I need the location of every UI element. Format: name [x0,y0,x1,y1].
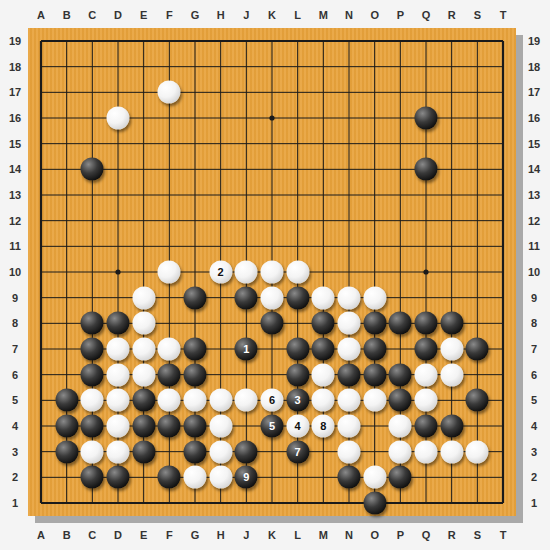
row-label-left-6: 6 [12,369,18,381]
white-stone-H10-move-2: 2 [209,261,232,284]
row-label-right-15: 15 [528,138,540,150]
white-stone-M5 [312,389,335,412]
column-label-top-Q: Q [422,9,431,21]
white-stone-K9 [261,286,284,309]
column-label-bottom-G: G [191,529,200,541]
white-stone-F17 [158,81,181,104]
black-stone-F2 [158,466,181,489]
white-stone-N5 [338,389,361,412]
column-label-top-A: A [37,9,45,21]
white-stone-E7 [132,338,155,361]
column-label-top-T: T [500,9,507,21]
column-label-top-D: D [114,9,122,21]
row-label-left-14: 14 [9,163,21,175]
black-stone-G6 [184,363,207,386]
white-stone-H4 [209,415,232,438]
white-stone-D16 [107,107,130,130]
row-label-right-8: 8 [531,317,537,329]
white-stone-Q6 [415,363,438,386]
white-stone-N8 [338,312,361,335]
black-stone-P2 [389,466,412,489]
white-stone-P4 [389,415,412,438]
column-label-top-F: F [166,9,173,21]
row-label-right-19: 19 [528,35,540,47]
black-stone-O6 [363,363,386,386]
row-label-left-11: 11 [9,240,21,252]
black-stone-K8 [261,312,284,335]
column-label-bottom-C: C [88,529,96,541]
column-label-top-N: N [345,9,353,21]
column-label-top-C: C [88,9,96,21]
row-label-left-9: 9 [12,292,18,304]
white-stone-F10 [158,261,181,284]
black-stone-L6 [286,363,309,386]
black-stone-P5 [389,389,412,412]
black-stone-L5-move-3: 3 [286,389,309,412]
white-stone-J10 [235,261,258,284]
white-stone-R3 [440,440,463,463]
row-label-right-7: 7 [531,343,537,355]
black-stone-Q8 [415,312,438,335]
column-label-bottom-J: J [243,529,249,541]
row-label-right-2: 2 [531,471,537,483]
black-stone-C14 [81,158,104,181]
black-stone-L9 [286,286,309,309]
column-label-top-R: R [448,9,456,21]
column-label-bottom-M: M [319,529,328,541]
white-stone-D5 [107,389,130,412]
white-stone-N9 [338,286,361,309]
column-label-top-O: O [370,9,379,21]
white-stone-P3 [389,440,412,463]
column-label-bottom-D: D [114,529,122,541]
black-stone-N2 [338,466,361,489]
black-stone-J2-move-9: 9 [235,466,258,489]
white-stone-O9 [363,286,386,309]
white-stone-K10 [261,261,284,284]
black-stone-C4 [81,415,104,438]
column-label-bottom-T: T [500,529,507,541]
white-stone-O2 [363,466,386,489]
white-stone-O5 [363,389,386,412]
column-label-bottom-N: N [345,529,353,541]
black-stone-J9 [235,286,258,309]
white-stone-H2 [209,466,232,489]
row-label-right-17: 17 [528,86,540,98]
white-stone-D3 [107,440,130,463]
column-label-bottom-B: B [63,529,71,541]
black-stone-C6 [81,363,104,386]
row-label-left-12: 12 [9,215,21,227]
black-stone-E5 [132,389,155,412]
row-label-right-16: 16 [528,112,540,124]
white-stone-E8 [132,312,155,335]
black-stone-B5 [55,389,78,412]
white-stone-E9 [132,286,155,309]
black-stone-G4 [184,415,207,438]
black-stone-S5 [466,389,489,412]
white-stone-N3 [338,440,361,463]
white-stone-F5 [158,389,181,412]
black-stone-C8 [81,312,104,335]
row-label-right-12: 12 [528,215,540,227]
row-label-left-2: 2 [12,471,18,483]
column-label-top-E: E [140,9,147,21]
white-stone-J5 [235,389,258,412]
row-label-left-16: 16 [9,112,21,124]
white-stone-S3 [466,440,489,463]
column-label-bottom-E: E [140,529,147,541]
white-stone-D7 [107,338,130,361]
white-stone-D6 [107,363,130,386]
black-stone-G3 [184,440,207,463]
row-label-left-15: 15 [9,138,21,150]
white-stone-N4 [338,415,361,438]
white-stone-L10 [286,261,309,284]
row-label-left-5: 5 [12,394,18,406]
black-stone-Q14 [415,158,438,181]
black-stone-J7-move-1: 1 [235,338,258,361]
row-label-right-6: 6 [531,369,537,381]
column-label-bottom-R: R [448,529,456,541]
black-stone-J3 [235,440,258,463]
row-label-right-18: 18 [528,61,540,73]
column-label-top-P: P [397,9,404,21]
white-stone-H5 [209,389,232,412]
white-stone-R6 [440,363,463,386]
black-stone-P6 [389,363,412,386]
black-stone-R4 [440,415,463,438]
black-stone-C7 [81,338,104,361]
white-stone-C3 [81,440,104,463]
black-stone-D2 [107,466,130,489]
black-stone-M8 [312,312,335,335]
black-stone-R8 [440,312,463,335]
row-label-right-14: 14 [528,163,540,175]
white-stone-M4-move-8: 8 [312,415,335,438]
stones-layer: 135792648 [28,28,516,516]
row-label-right-13: 13 [528,189,540,201]
go-board-app: AABBCCDDEEFFGGHHJJKKLLMMNNOOPPQQRRSSTT19… [0,0,550,550]
column-label-bottom-H: H [217,529,225,541]
black-stone-S7 [466,338,489,361]
column-label-bottom-Q: Q [422,529,431,541]
white-stone-H3 [209,440,232,463]
white-stone-E6 [132,363,155,386]
black-stone-O8 [363,312,386,335]
white-stone-N7 [338,338,361,361]
black-stone-P8 [389,312,412,335]
white-stone-F7 [158,338,181,361]
column-label-top-B: B [63,9,71,21]
row-label-right-11: 11 [528,240,540,252]
black-stone-B4 [55,415,78,438]
column-label-bottom-P: P [397,529,404,541]
black-stone-Q16 [415,107,438,130]
black-stone-G7 [184,338,207,361]
black-stone-N6 [338,363,361,386]
row-label-right-5: 5 [531,394,537,406]
black-stone-O1 [363,492,386,515]
column-label-top-G: G [191,9,200,21]
row-label-right-9: 9 [531,292,537,304]
goban[interactable]: 135792648 [28,28,516,516]
black-stone-F4 [158,415,181,438]
black-stone-C2 [81,466,104,489]
column-label-top-H: H [217,9,225,21]
row-label-left-19: 19 [9,35,21,47]
white-stone-L4-move-4: 4 [286,415,309,438]
row-label-left-3: 3 [12,446,18,458]
row-label-right-1: 1 [531,497,537,509]
column-label-bottom-L: L [294,529,301,541]
column-label-bottom-F: F [166,529,173,541]
row-label-left-4: 4 [12,420,18,432]
white-stone-M9 [312,286,335,309]
black-stone-L3-move-7: 7 [286,440,309,463]
row-label-left-8: 8 [12,317,18,329]
white-stone-C5 [81,389,104,412]
column-label-top-S: S [474,9,481,21]
black-stone-D8 [107,312,130,335]
white-stone-M6 [312,363,335,386]
black-stone-K4-move-5: 5 [261,415,284,438]
black-stone-F6 [158,363,181,386]
black-stone-Q7 [415,338,438,361]
row-label-right-4: 4 [531,420,537,432]
white-stone-G2 [184,466,207,489]
column-label-top-J: J [243,9,249,21]
black-stone-O7 [363,338,386,361]
black-stone-E3 [132,440,155,463]
row-label-left-17: 17 [9,86,21,98]
row-label-left-10: 10 [9,266,21,278]
column-label-top-K: K [268,9,276,21]
white-stone-K5-move-6: 6 [261,389,284,412]
white-stone-R7 [440,338,463,361]
column-label-top-M: M [319,9,328,21]
white-stone-Q3 [415,440,438,463]
row-label-right-3: 3 [531,446,537,458]
white-stone-D4 [107,415,130,438]
black-stone-E4 [132,415,155,438]
black-stone-B3 [55,440,78,463]
black-stone-G9 [184,286,207,309]
black-stone-Q4 [415,415,438,438]
column-label-bottom-K: K [268,529,276,541]
row-label-left-18: 18 [9,61,21,73]
black-stone-L7 [286,338,309,361]
column-label-bottom-A: A [37,529,45,541]
black-stone-M7 [312,338,335,361]
column-label-top-L: L [294,9,301,21]
column-label-bottom-O: O [370,529,379,541]
row-label-left-1: 1 [12,497,18,509]
row-label-left-7: 7 [12,343,18,355]
column-label-bottom-S: S [474,529,481,541]
white-stone-G5 [184,389,207,412]
row-label-left-13: 13 [9,189,21,201]
white-stone-Q5 [415,389,438,412]
row-label-right-10: 10 [528,266,540,278]
